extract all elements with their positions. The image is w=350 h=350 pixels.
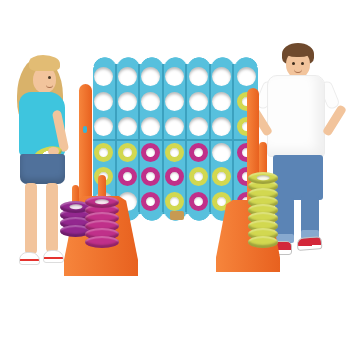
empty-slot <box>141 117 160 136</box>
board-slot-r2c1 <box>93 89 117 114</box>
connect-four-board <box>93 64 258 214</box>
boy-left-eye <box>292 62 295 65</box>
magenta-ring-stack <box>85 196 119 248</box>
empty-slot <box>141 92 160 111</box>
board-slot-r1c5 <box>187 64 211 89</box>
girl-eye <box>48 76 51 79</box>
board-slot-r2c3 <box>140 89 164 114</box>
yellow-ring-piece <box>165 143 184 162</box>
boy-fringe <box>284 45 312 57</box>
empty-slot <box>118 92 137 111</box>
empty-slot <box>165 67 184 86</box>
board-clip <box>170 211 184 220</box>
yellow-ring-stack <box>248 172 278 248</box>
right-ring-peg <box>259 142 267 175</box>
board-slot-r1c7 <box>234 64 258 89</box>
girl-left-leg <box>25 183 37 254</box>
magenta-ring-piece <box>141 167 160 186</box>
board-slot-r1c3 <box>140 64 164 89</box>
empty-slot <box>189 92 208 111</box>
empty-slot <box>165 92 184 111</box>
board-slot-r1c4 <box>164 64 188 89</box>
board-grid <box>93 64 258 214</box>
empty-slot <box>141 67 160 86</box>
boy-shirt <box>267 75 325 157</box>
board-slot-r4c5 <box>187 139 211 164</box>
girl-denim-shorts <box>20 154 65 184</box>
girl-bangs <box>29 55 60 71</box>
empty-slot <box>118 67 137 86</box>
yellow-ring-piece <box>212 167 231 186</box>
board-slot-r4c1 <box>93 139 117 164</box>
board-slot-r3c4 <box>164 114 188 139</box>
empty-slot <box>212 117 231 136</box>
board-slot-r3c2 <box>117 114 141 139</box>
empty-slot <box>118 117 137 136</box>
empty-slot <box>212 67 231 86</box>
board-slot-r5c5 <box>187 164 211 189</box>
boy-right-shoe <box>297 236 323 251</box>
yellow-ring-piece <box>94 143 113 162</box>
board-slot-r3c1 <box>93 114 117 139</box>
board-slot-r5c6 <box>211 164 235 189</box>
board-slot-r4c4 <box>164 139 188 164</box>
board-slot-r4c6 <box>211 139 235 164</box>
board-slot-r5c3 <box>140 164 164 189</box>
board-slot-r2c4 <box>164 89 188 114</box>
girl-right-shoe <box>43 250 64 263</box>
empty-slot <box>94 92 113 111</box>
stacked-ring <box>85 236 119 248</box>
board-slot-r2c5 <box>187 89 211 114</box>
boy-right-eye <box>301 62 304 65</box>
boy-right-forearm <box>322 104 347 137</box>
empty-slot <box>165 117 184 136</box>
board-slot-r6c5 <box>187 189 211 214</box>
empty-slot <box>94 117 113 136</box>
post-button <box>83 126 87 133</box>
magenta-ring-piece <box>141 192 160 211</box>
left-frame-post <box>79 84 92 212</box>
product-photo-giant-connect-four <box>0 0 350 350</box>
magenta-ring-piece <box>189 192 208 211</box>
board-slot-r3c6 <box>211 114 235 139</box>
board-slot-r2c2 <box>117 89 141 114</box>
empty-slot <box>94 67 113 86</box>
yellow-ring-piece <box>118 143 137 162</box>
girl-left-shoe <box>19 252 40 265</box>
magenta-ring-piece <box>118 167 137 186</box>
stacked-ring <box>248 172 278 184</box>
yellow-ring-piece <box>165 192 184 211</box>
empty-slot <box>189 117 208 136</box>
magenta-ring-piece <box>189 143 208 162</box>
board-slot-r3c5 <box>187 114 211 139</box>
board-slot-r6c3 <box>140 189 164 214</box>
magenta-ring-piece <box>141 143 160 162</box>
empty-slot <box>212 92 231 111</box>
stacked-ring <box>248 236 278 248</box>
empty-slot <box>237 67 256 86</box>
empty-slot <box>212 143 231 162</box>
magenta-ring-piece <box>165 167 184 186</box>
board-slot-r5c2 <box>117 164 141 189</box>
board-slot-r4c2 <box>117 139 141 164</box>
board-slot-r2c6 <box>211 89 235 114</box>
board-slot-r1c2 <box>117 64 141 89</box>
board-slot-r4c3 <box>140 139 164 164</box>
stacked-ring <box>85 196 119 208</box>
boy-jeans <box>273 155 323 200</box>
board-slot-r5c4 <box>164 164 188 189</box>
girl-right-leg <box>46 183 58 252</box>
board-slot-r3c3 <box>140 114 164 139</box>
empty-slot <box>189 67 208 86</box>
board-slot-r1c6 <box>211 64 235 89</box>
yellow-ring-piece <box>189 167 208 186</box>
board-slot-r1c1 <box>93 64 117 89</box>
